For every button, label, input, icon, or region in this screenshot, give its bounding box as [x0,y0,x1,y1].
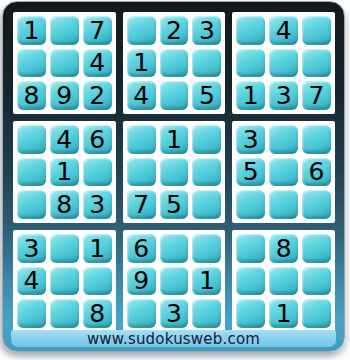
cell-r5c7[interactable]: 5 [236,158,265,187]
cell-r9c4[interactable] [127,299,156,328]
cell-r4c9[interactable] [302,125,331,154]
cell-r7c3[interactable]: 1 [83,234,112,263]
cell-r1c2[interactable] [50,16,79,45]
cell-r6c6[interactable] [192,190,221,219]
cell-r7c2[interactable] [50,234,79,263]
cell-r9c7[interactable] [236,299,265,328]
cell-r9c5[interactable]: 3 [160,299,189,328]
cell-r4c3[interactable]: 6 [83,125,112,154]
sudoku-card: 174892231454137461831753563148691381 www… [2,1,345,352]
cell-r5c4[interactable] [127,158,156,187]
cell-r2c8[interactable] [269,49,298,78]
box-3: 4137 [232,12,335,114]
cell-r3c2[interactable]: 9 [50,81,79,110]
cell-r4c5[interactable]: 1 [160,125,189,154]
cell-r5c6[interactable] [192,158,221,187]
cell-r8c6[interactable]: 1 [192,267,221,296]
cell-r8c9[interactable] [302,267,331,296]
cell-r9c3[interactable]: 8 [83,299,112,328]
cell-r6c7[interactable] [236,190,265,219]
cell-r1c1[interactable]: 1 [17,16,46,45]
cell-r6c2[interactable]: 8 [50,190,79,219]
cell-r9c6[interactable] [192,299,221,328]
cell-r2c6[interactable] [192,49,221,78]
box-1: 174892 [13,12,116,114]
cell-r7c7[interactable] [236,234,265,263]
cell-r8c1[interactable]: 4 [17,267,46,296]
cell-r1c5[interactable]: 2 [160,16,189,45]
cell-r7c1[interactable]: 3 [17,234,46,263]
cell-r1c9[interactable] [302,16,331,45]
cell-r6c3[interactable]: 3 [83,190,112,219]
cell-r1c7[interactable] [236,16,265,45]
cell-r4c1[interactable] [17,125,46,154]
sudoku-grid: 174892231454137461831753563148691381 [13,12,335,332]
cell-r6c5[interactable]: 5 [160,190,189,219]
cell-r7c9[interactable] [302,234,331,263]
cell-r7c4[interactable]: 6 [127,234,156,263]
site-url[interactable]: www.sudokusweb.com [87,330,260,348]
cell-r4c2[interactable]: 4 [50,125,79,154]
cell-r3c9[interactable]: 7 [302,81,331,110]
cell-r8c2[interactable] [50,267,79,296]
cell-r5c5[interactable] [160,158,189,187]
cell-r8c3[interactable] [83,267,112,296]
box-7: 3148 [13,230,116,332]
cell-r7c8[interactable]: 8 [269,234,298,263]
cell-r4c8[interactable] [269,125,298,154]
box-8: 6913 [123,230,226,332]
cell-r9c9[interactable] [302,299,331,328]
cell-r9c2[interactable] [50,299,79,328]
cell-r3c3[interactable]: 2 [83,81,112,110]
cell-r5c1[interactable] [17,158,46,187]
cell-r2c2[interactable] [50,49,79,78]
cell-r8c7[interactable] [236,267,265,296]
cell-r3c7[interactable]: 1 [236,81,265,110]
cell-r5c8[interactable] [269,158,298,187]
box-2: 23145 [123,12,226,114]
cell-r5c9[interactable]: 6 [302,158,331,187]
cell-r3c8[interactable]: 3 [269,81,298,110]
footer-bar: www.sudokusweb.com [11,330,336,347]
cell-r6c9[interactable] [302,190,331,219]
cell-r7c6[interactable] [192,234,221,263]
cell-r1c6[interactable]: 3 [192,16,221,45]
cell-r2c7[interactable] [236,49,265,78]
cell-r8c8[interactable] [269,267,298,296]
cell-r2c4[interactable]: 1 [127,49,156,78]
box-9: 81 [232,230,335,332]
cell-r3c1[interactable]: 8 [17,81,46,110]
cell-r2c5[interactable] [160,49,189,78]
cell-r2c3[interactable]: 4 [83,49,112,78]
cell-r6c1[interactable] [17,190,46,219]
box-6: 356 [232,121,335,223]
cell-r4c4[interactable] [127,125,156,154]
cell-r7c5[interactable] [160,234,189,263]
box-5: 175 [123,121,226,223]
cell-r6c8[interactable] [269,190,298,219]
cell-r8c5[interactable] [160,267,189,296]
cell-r2c1[interactable] [17,49,46,78]
page-background: 174892231454137461831753563148691381 www… [0,0,350,360]
cell-r5c2[interactable]: 1 [50,158,79,187]
box-4: 46183 [13,121,116,223]
cell-r3c6[interactable]: 5 [192,81,221,110]
cell-r4c7[interactable]: 3 [236,125,265,154]
cell-r1c4[interactable] [127,16,156,45]
cell-r9c8[interactable]: 1 [269,299,298,328]
cell-r8c4[interactable]: 9 [127,267,156,296]
cell-r1c3[interactable]: 7 [83,16,112,45]
cell-r5c3[interactable] [83,158,112,187]
cell-r3c4[interactable]: 4 [127,81,156,110]
cell-r3c5[interactable] [160,81,189,110]
cell-r1c8[interactable]: 4 [269,16,298,45]
cell-r6c4[interactable]: 7 [127,190,156,219]
cell-r9c1[interactable] [17,299,46,328]
cell-r4c6[interactable] [192,125,221,154]
cell-r2c9[interactable] [302,49,331,78]
